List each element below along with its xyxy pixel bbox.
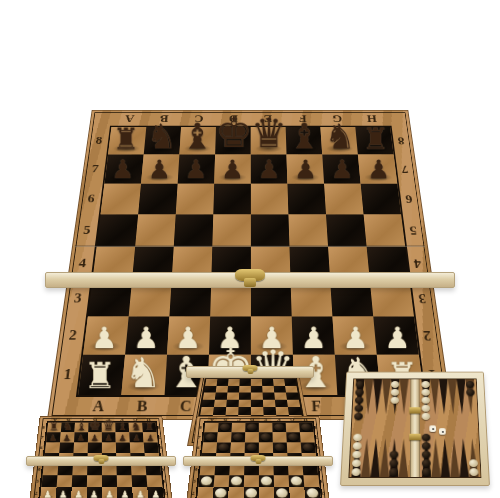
- piece-shadow: [146, 173, 174, 181]
- square-a3: [41, 475, 57, 487]
- piece-shadow: [109, 173, 138, 181]
- square-h6: [361, 184, 401, 215]
- dark-checker: [301, 423, 312, 431]
- point: [381, 379, 391, 414]
- point: [380, 438, 390, 477]
- black-bishop: ♝: [75, 421, 89, 432]
- main-chess-scene: ABCDEFGHABCDEFGH8877665544332211♜♞♝♚♛♝♞♜…: [47, 14, 453, 272]
- fold-seam: [75, 246, 426, 248]
- black-king: ♚: [215, 113, 251, 153]
- square-g7: ♟: [322, 155, 360, 184]
- black-knight: ♞: [61, 421, 75, 432]
- piece-shadow: [182, 173, 210, 181]
- square-b3: [57, 475, 73, 487]
- square-f6: [287, 184, 326, 215]
- piece-shadow: [144, 429, 155, 432]
- rank-label-right: 6: [156, 442, 166, 453]
- square-a6: [101, 184, 141, 215]
- light-checker: [200, 476, 213, 485]
- black-pawn: ♟: [60, 434, 74, 442]
- file-label-top: C: [232, 417, 246, 423]
- square-a8: ♜: [47, 423, 61, 433]
- square-e6: [102, 442, 116, 453]
- point: [439, 379, 449, 414]
- point: [468, 438, 479, 477]
- black-pawn: ♟: [130, 434, 144, 442]
- piece-shadow: [131, 439, 142, 442]
- square-h7: [300, 432, 315, 442]
- piece-shadow: [255, 145, 282, 153]
- product-photo-canvas: ABCDEFGHABCDEFGH8877665544332211♜♞♝♚♛♝♞♜…: [0, 0, 500, 498]
- black-knight: ♞: [144, 121, 180, 153]
- checkers-thumb-scene: ABCDEFGHABCDEFGH8877665544332211: [184, 372, 332, 456]
- closed-box-scene: HGFEDCBA: [187, 320, 313, 366]
- square-d8: ♚: [88, 423, 102, 433]
- black-bishop: ♝: [286, 119, 322, 153]
- square-a8: ♜: [108, 127, 146, 155]
- square-b7: ♟: [141, 155, 179, 184]
- square-c2: [228, 487, 244, 498]
- piece-shadow: [90, 429, 100, 432]
- black-knight: ♞: [129, 421, 143, 432]
- file-label-top: B: [219, 417, 233, 423]
- piece-shadow: [145, 439, 156, 442]
- rank-label-right: 6: [313, 442, 323, 453]
- dark-checker: [260, 433, 271, 441]
- file-label-top: E: [259, 417, 272, 423]
- file-label-top: C: [75, 417, 89, 423]
- square-d2: [244, 487, 259, 498]
- square-e7: ♟: [251, 155, 288, 184]
- file-label-top: D: [245, 417, 258, 423]
- piece-shadow: [117, 429, 127, 432]
- square-h8: ♜: [142, 423, 156, 433]
- square-c6: [73, 442, 87, 453]
- light-checker: [245, 488, 257, 498]
- points-bot: [422, 438, 479, 477]
- point: [363, 379, 373, 414]
- piece-shadow: [219, 145, 246, 153]
- square-h8: ♜: [355, 127, 393, 155]
- file-label-top: C: [181, 111, 216, 127]
- file-label-top: G: [128, 417, 142, 423]
- black-pawn: ♟: [105, 158, 142, 182]
- piece-shadow: [361, 145, 389, 153]
- square-h7: ♟: [143, 432, 158, 442]
- black-pawn: ♟: [88, 434, 102, 442]
- square-c3: [72, 475, 87, 487]
- point: [430, 379, 439, 414]
- square-e7: [259, 432, 273, 442]
- square-f3: [274, 475, 289, 487]
- dark-checker: [246, 443, 257, 451]
- dark-checker: [302, 443, 314, 451]
- light-checker: [290, 476, 302, 485]
- piece-shadow: [131, 429, 142, 432]
- black-queen: ♛: [102, 419, 116, 432]
- square-c6: [230, 442, 244, 453]
- square-e3: [259, 475, 274, 487]
- square-f2: [274, 487, 290, 498]
- file-label-top: H: [299, 417, 313, 423]
- square-g6: [287, 442, 302, 453]
- square-d7: [245, 432, 259, 442]
- point: [440, 438, 450, 477]
- black-rook: ♜: [143, 422, 157, 432]
- black-pawn: ♟: [144, 434, 158, 442]
- black-rook: ♜: [108, 125, 144, 153]
- square-g8: ♞: [320, 127, 357, 155]
- points-top: [421, 379, 475, 414]
- square-f8: [272, 423, 286, 433]
- rank-label-right: 7: [392, 155, 418, 184]
- square-c7: [231, 432, 245, 442]
- square-d3: [244, 475, 259, 487]
- square-b5: [135, 214, 176, 246]
- file-label-top: F: [272, 417, 286, 423]
- rank-label-left: 6: [193, 442, 203, 453]
- piece-shadow: [291, 173, 319, 181]
- square-b7: ♟: [60, 432, 74, 442]
- square-g7: [286, 432, 300, 442]
- square-h5: [364, 214, 406, 246]
- dark-checker: [218, 443, 230, 451]
- square-g7: ♟: [129, 432, 143, 442]
- square-c8: ♝: [75, 423, 89, 433]
- square-c7: ♟: [74, 432, 88, 442]
- square-e5: [251, 214, 290, 246]
- square-g2: [289, 487, 305, 498]
- square-f5: [288, 214, 328, 246]
- white-pawn: ♟: [71, 490, 86, 498]
- file-label-top: H: [354, 111, 390, 127]
- square-g5: [326, 214, 367, 246]
- piece-shadow: [326, 145, 354, 153]
- white-pawn: ♟: [148, 490, 163, 498]
- rank-label-left: 7: [37, 432, 47, 442]
- white-pawn: ♟: [377, 325, 419, 353]
- file-label-top: A: [205, 417, 219, 423]
- piece-shadow: [104, 439, 115, 442]
- rank-label-right: 6: [396, 184, 423, 215]
- square-e8: ♛: [102, 423, 116, 433]
- backgammon-field: [348, 378, 481, 478]
- square-f8: ♝: [286, 127, 323, 155]
- square-e6: [251, 184, 289, 215]
- square-a6: [45, 442, 60, 453]
- square-g3: [289, 475, 305, 487]
- square-b6: [138, 184, 177, 215]
- square-h3: [146, 475, 162, 487]
- square-b3: [214, 475, 230, 487]
- square-a8: [204, 423, 218, 433]
- square-f7: ♟: [287, 155, 325, 184]
- light-checker: [306, 488, 319, 498]
- file-label-top: E: [102, 417, 115, 423]
- square-a2: [197, 487, 213, 498]
- point: [399, 379, 408, 414]
- file-label-top: F: [285, 111, 320, 127]
- square-a7: [203, 432, 218, 442]
- rank-label-right: 5: [399, 214, 427, 246]
- black-pawn: ♟: [251, 158, 288, 182]
- square-d5: [212, 214, 251, 246]
- square-f2: ♟: [117, 487, 133, 498]
- black-pawn: ♟: [178, 158, 215, 182]
- square-a3: [198, 475, 214, 487]
- rank-label-left: 7: [194, 432, 204, 442]
- checkers-thumb-box-side: [183, 456, 333, 466]
- piece-shadow: [184, 145, 211, 153]
- black-pawn: ♟: [214, 158, 251, 182]
- square-b2: [213, 487, 229, 498]
- piece-shadow: [62, 429, 73, 432]
- square-h7: ♟: [358, 155, 397, 184]
- rank-label-left: 8: [86, 127, 111, 155]
- rank-label-left: 8: [196, 423, 206, 433]
- square-a5: [97, 214, 139, 246]
- point: [457, 379, 467, 414]
- square-c8: [232, 423, 246, 433]
- square-f7: ♟: [116, 432, 130, 442]
- brass-clasp-icon: [243, 365, 258, 371]
- point: [370, 438, 380, 477]
- point: [421, 379, 430, 414]
- box-front-side: [45, 272, 455, 288]
- square-c2: ♟: [71, 487, 87, 498]
- square-a7: ♟: [46, 432, 61, 442]
- square-b2: ♟: [56, 487, 72, 498]
- point: [431, 438, 441, 477]
- file-label-top: A: [48, 417, 62, 423]
- black-pawn: ♟: [361, 158, 398, 182]
- square-h6: [144, 442, 159, 453]
- black-pawn: ♟: [102, 434, 116, 442]
- light-checker: [261, 476, 273, 485]
- file-label-top: D: [88, 417, 101, 423]
- file-label-top: H: [142, 417, 156, 423]
- square-b8: ♞: [61, 423, 75, 433]
- brass-clasp-icon: [235, 269, 265, 281]
- square-a2: ♟: [40, 487, 56, 498]
- piece-shadow: [112, 145, 140, 153]
- brass-clasp-icon: [251, 455, 266, 461]
- points-bot: [351, 438, 408, 477]
- black-rook: ♜: [358, 125, 394, 153]
- square-d6: [213, 184, 251, 215]
- black-knight: ♞: [322, 121, 358, 153]
- point: [458, 438, 469, 477]
- point: [361, 438, 372, 477]
- dark-checker: [247, 423, 258, 431]
- square-d8: ♚: [215, 127, 251, 155]
- dark-checker: [233, 433, 244, 441]
- black-king: ♚: [88, 419, 102, 432]
- dark-checker: [274, 423, 285, 431]
- file-label-top: E: [251, 111, 286, 127]
- point: [389, 438, 399, 477]
- light-checker: [230, 476, 242, 485]
- square-d8: [245, 423, 259, 433]
- black-pawn: ♟: [324, 158, 361, 182]
- square-e6: [259, 442, 273, 453]
- piece-shadow: [364, 173, 393, 181]
- center-bar: [410, 379, 420, 477]
- piece-shadow: [219, 173, 247, 181]
- piece-shadow: [103, 429, 113, 432]
- piece-shadow: [76, 439, 87, 442]
- square-b6: [59, 442, 74, 453]
- left-half: [349, 379, 410, 477]
- file-label-top: D: [216, 111, 251, 127]
- piece-shadow: [255, 173, 283, 181]
- square-c8: ♝: [179, 127, 216, 155]
- square-a2: ♟: [83, 317, 129, 355]
- square-f7: [273, 432, 287, 442]
- rank-label-left: 7: [82, 155, 108, 184]
- piece-shadow: [117, 439, 128, 442]
- chess-thumb-box-side: [26, 456, 176, 466]
- point: [372, 379, 382, 414]
- black-pawn: ♟: [46, 434, 60, 442]
- square-d7: ♟: [88, 432, 102, 442]
- square-c6: [176, 184, 215, 215]
- point: [351, 438, 362, 477]
- backgammon-scene: [340, 362, 490, 474]
- rank-label-left: 6: [78, 184, 105, 215]
- point: [422, 438, 432, 477]
- piece-shadow: [62, 439, 73, 442]
- light-checker: [214, 488, 227, 498]
- square-b7: [217, 432, 231, 442]
- piece-shadow: [290, 145, 317, 153]
- white-pawn: ♟: [40, 490, 55, 498]
- piece-shadow: [49, 429, 60, 432]
- white-pawn: ♟: [117, 490, 132, 498]
- square-h8: [299, 423, 313, 433]
- dark-checker: [288, 433, 299, 441]
- point: [390, 379, 399, 414]
- square-f6: [273, 442, 288, 453]
- square-f3: [117, 475, 132, 487]
- point: [449, 438, 459, 477]
- black-pawn: ♟: [141, 158, 178, 182]
- rank-label-left: 5: [73, 214, 101, 246]
- points-top: [354, 379, 408, 414]
- file-label-top: B: [146, 111, 182, 127]
- square-e7: ♟: [102, 432, 116, 442]
- square-h2: ♟: [373, 317, 419, 355]
- square-g6: [324, 184, 364, 215]
- square-f6: [116, 442, 131, 453]
- file-label-top: B: [62, 417, 76, 423]
- dark-checker: [274, 443, 285, 451]
- square-g8: ♞: [129, 423, 143, 433]
- backgammon-board: [340, 372, 490, 486]
- file-label-top: G: [285, 417, 299, 423]
- black-bishop: ♝: [180, 119, 216, 153]
- square-c5: [174, 214, 214, 246]
- dark-checker: [205, 433, 216, 441]
- chess-thumb-scene: ABCDEFGHABCDEFGH8877665544332211♜♞♝♚♛♝♞♜…: [27, 372, 175, 456]
- rank-label-left: 8: [39, 423, 49, 433]
- brass-clasp-icon: [94, 455, 109, 461]
- piece-shadow: [48, 439, 59, 442]
- rank-label-right: 8: [311, 423, 321, 433]
- square-g3: [132, 475, 148, 487]
- square-d6: [245, 442, 259, 453]
- file-label-top: F: [115, 417, 129, 423]
- square-g8: [286, 423, 300, 433]
- square-a7: ♟: [104, 155, 143, 184]
- file-label-top: G: [319, 111, 355, 127]
- square-e3: [102, 475, 117, 487]
- square-h3: [303, 475, 319, 487]
- white-pawn: ♟: [133, 490, 148, 498]
- black-pawn: ♟: [287, 158, 324, 182]
- white-pawn: ♟: [83, 325, 125, 353]
- black-rook: ♜: [47, 422, 61, 432]
- point: [465, 379, 475, 414]
- square-e8: ♛: [251, 127, 287, 155]
- piece-shadow: [90, 439, 101, 442]
- dark-checker: [219, 423, 230, 431]
- square-e2: [259, 487, 274, 498]
- point: [448, 379, 458, 414]
- square-e8: [259, 423, 273, 433]
- point: [354, 379, 364, 414]
- piece-shadow: [76, 429, 86, 432]
- black-pawn: ♟: [116, 434, 130, 442]
- square-d6: [88, 442, 102, 453]
- point: [399, 438, 409, 477]
- black-bishop: ♝: [116, 421, 130, 432]
- square-c3: [229, 475, 244, 487]
- rank-label-left: 6: [36, 442, 46, 453]
- piece-shadow: [328, 173, 356, 181]
- square-g2: ♟: [132, 487, 148, 498]
- square-b6: [216, 442, 231, 453]
- square-d3: [87, 475, 102, 487]
- square-b8: ♞: [144, 127, 181, 155]
- square-a6: [202, 442, 217, 453]
- rank-label-right: 8: [389, 127, 414, 155]
- square-g6: [130, 442, 145, 453]
- square-h6: [301, 442, 316, 453]
- square-f8: ♝: [115, 423, 129, 433]
- light-checker: [276, 488, 288, 498]
- square-b8: [218, 423, 232, 433]
- rank-label-right: 7: [312, 432, 322, 442]
- piece-shadow: [148, 145, 176, 153]
- white-pawn: ♟: [56, 490, 71, 498]
- rank-label-right: 7: [155, 432, 165, 442]
- black-pawn: ♟: [74, 434, 88, 442]
- file-label-top: A: [111, 111, 147, 127]
- die-icon: [439, 428, 446, 434]
- rank-label-right: 8: [154, 423, 164, 433]
- die-icon: [429, 425, 436, 431]
- black-queen: ♛: [251, 115, 287, 153]
- square-d7: ♟: [214, 155, 251, 184]
- square-c7: ♟: [178, 155, 215, 184]
